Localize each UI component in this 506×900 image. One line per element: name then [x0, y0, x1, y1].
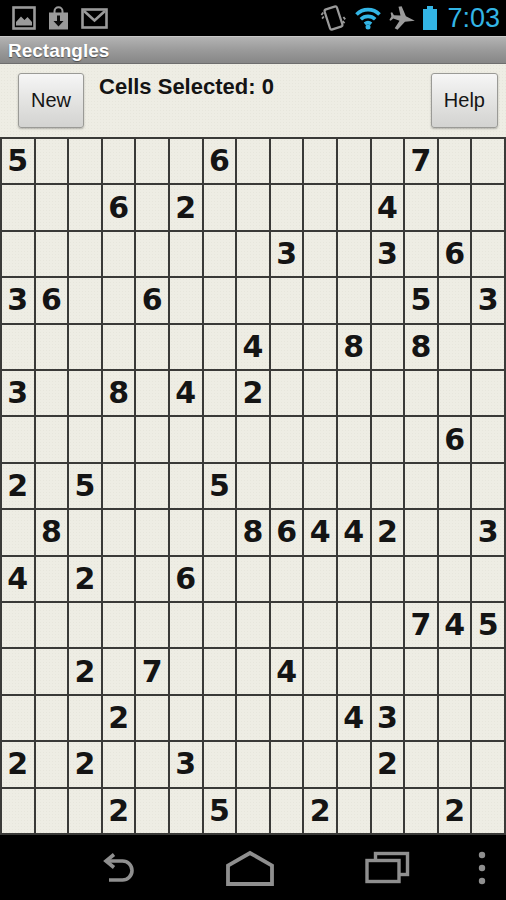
cell-r15c8[interactable] [237, 789, 269, 833]
cell-r9c11[interactable]: 4 [338, 510, 370, 554]
cell-r7c12[interactable] [372, 417, 404, 461]
cell-r10c15[interactable] [472, 557, 504, 601]
cell-r14c15[interactable] [472, 742, 504, 786]
cell-r13c12[interactable]: 3 [372, 696, 404, 740]
cell-r2c14[interactable] [439, 185, 471, 229]
cell-r9c6[interactable] [170, 510, 202, 554]
cell-r14c12[interactable]: 2 [372, 742, 404, 786]
cell-r12c15[interactable] [472, 649, 504, 693]
cell-r1c2[interactable] [36, 139, 68, 183]
cell-r11c9[interactable] [271, 603, 303, 647]
cell-r8c15[interactable] [472, 464, 504, 508]
cell-r1c6[interactable] [170, 139, 202, 183]
clue-number: 3 [377, 703, 398, 733]
cell-r6c6[interactable]: 4 [170, 371, 202, 415]
cell-r5c5[interactable] [136, 325, 168, 369]
status-bar: 7:03 [0, 0, 506, 36]
clue-number: 6 [175, 564, 196, 594]
clue-number: 7 [142, 657, 163, 687]
cell-r3c7[interactable] [204, 232, 236, 276]
cell-r15c10[interactable]: 2 [304, 789, 336, 833]
clue-number: 4 [7, 564, 28, 594]
cell-r7c10[interactable] [304, 417, 336, 461]
cell-r12c12[interactable] [372, 649, 404, 693]
vibrate-icon [320, 4, 347, 32]
cell-r14c10[interactable] [304, 742, 336, 786]
cell-r15c13[interactable] [405, 789, 437, 833]
cell-r7c14[interactable]: 6 [439, 417, 471, 461]
cell-r8c14[interactable] [439, 464, 471, 508]
cell-r9c13[interactable] [405, 510, 437, 554]
download-icon [47, 5, 70, 31]
home-icon[interactable] [224, 850, 276, 886]
clue-number: 4 [175, 378, 196, 408]
cell-r11c13[interactable]: 7 [405, 603, 437, 647]
cell-r11c14[interactable]: 4 [439, 603, 471, 647]
cell-r3c15[interactable] [472, 232, 504, 276]
gallery-icon [12, 6, 36, 30]
clue-number: 3 [7, 285, 28, 315]
cell-r9c7[interactable] [204, 510, 236, 554]
cell-r4c13[interactable]: 5 [405, 278, 437, 322]
cell-r13c15[interactable] [472, 696, 504, 740]
cell-r3c5[interactable] [136, 232, 168, 276]
cell-r4c15[interactable]: 3 [472, 278, 504, 322]
wifi-icon [353, 6, 383, 30]
cell-r13c5[interactable] [136, 696, 168, 740]
cell-r1c9[interactable] [271, 139, 303, 183]
clue-number: 8 [243, 517, 264, 547]
cell-r9c12[interactable]: 2 [372, 510, 404, 554]
cell-r6c8[interactable]: 2 [237, 371, 269, 415]
cell-r11c7[interactable] [204, 603, 236, 647]
cell-r14c5[interactable] [136, 742, 168, 786]
cell-r8c6[interactable] [170, 464, 202, 508]
cell-r9c9[interactable]: 6 [271, 510, 303, 554]
cell-r6c13[interactable] [405, 371, 437, 415]
cell-r1c4[interactable] [103, 139, 135, 183]
cell-r2c13[interactable] [405, 185, 437, 229]
cell-r7c8[interactable] [237, 417, 269, 461]
app-title: Rectangles [8, 40, 109, 62]
clue-number: 4 [377, 193, 398, 223]
cell-r5c14[interactable] [439, 325, 471, 369]
cell-r14c8[interactable] [237, 742, 269, 786]
cell-r13c1[interactable] [2, 696, 34, 740]
cell-r8c12[interactable] [372, 464, 404, 508]
cell-r8c5[interactable] [136, 464, 168, 508]
cell-r5c11[interactable]: 8 [338, 325, 370, 369]
cell-r8c9[interactable] [271, 464, 303, 508]
nav-bar [0, 835, 506, 900]
cell-r15c1[interactable] [2, 789, 34, 833]
cell-r10c12[interactable] [372, 557, 404, 601]
cell-r8c8[interactable] [237, 464, 269, 508]
cell-r14c1[interactable]: 2 [2, 742, 34, 786]
clue-number: 5 [7, 146, 28, 176]
cell-r2c10[interactable] [304, 185, 336, 229]
cell-r6c14[interactable] [439, 371, 471, 415]
cell-r10c4[interactable] [103, 557, 135, 601]
cell-r6c15[interactable] [472, 371, 504, 415]
cell-r8c13[interactable] [405, 464, 437, 508]
cell-r12c3[interactable]: 2 [69, 649, 101, 693]
cell-r2c8[interactable] [237, 185, 269, 229]
cell-r8c3[interactable]: 5 [69, 464, 101, 508]
cell-r6c1[interactable]: 3 [2, 371, 34, 415]
cell-r14c13[interactable] [405, 742, 437, 786]
cell-r13c6[interactable] [170, 696, 202, 740]
cell-r14c4[interactable] [103, 742, 135, 786]
cell-r1c5[interactable] [136, 139, 168, 183]
cell-r2c11[interactable] [338, 185, 370, 229]
cell-r4c6[interactable] [170, 278, 202, 322]
cell-r1c13[interactable]: 7 [405, 139, 437, 183]
clue-number: 6 [276, 517, 297, 547]
cell-r10c10[interactable] [304, 557, 336, 601]
cell-r13c13[interactable] [405, 696, 437, 740]
cell-r11c15[interactable]: 5 [472, 603, 504, 647]
cell-r2c9[interactable] [271, 185, 303, 229]
clue-number: 3 [7, 378, 28, 408]
cell-r15c9[interactable] [271, 789, 303, 833]
cell-r11c10[interactable] [304, 603, 336, 647]
clue-number: 2 [108, 796, 129, 826]
cell-r3c9[interactable]: 3 [271, 232, 303, 276]
cell-r1c8[interactable] [237, 139, 269, 183]
cell-r13c4[interactable]: 2 [103, 696, 135, 740]
system-icons: 7:03 [320, 0, 500, 36]
title-bar: Rectangles [0, 36, 506, 64]
cell-r15c7[interactable]: 5 [204, 789, 236, 833]
cell-r4c7[interactable] [204, 278, 236, 322]
clue-number: 2 [377, 517, 398, 547]
cell-r7c13[interactable] [405, 417, 437, 461]
clue-number: 3 [276, 239, 297, 269]
cell-r5c9[interactable] [271, 325, 303, 369]
battery-icon [422, 5, 438, 31]
cell-r9c1[interactable] [2, 510, 34, 554]
airplane-icon [389, 5, 416, 32]
cell-r1c7[interactable]: 6 [204, 139, 236, 183]
cell-r13c8[interactable] [237, 696, 269, 740]
cell-r5c3[interactable] [69, 325, 101, 369]
clue-number: 6 [209, 146, 230, 176]
clue-number: 6 [444, 239, 465, 269]
cell-r6c9[interactable] [271, 371, 303, 415]
cell-r8c2[interactable] [36, 464, 68, 508]
cell-r2c4[interactable]: 6 [103, 185, 135, 229]
back-icon[interactable] [95, 853, 136, 883]
cell-r4c12[interactable] [372, 278, 404, 322]
cell-r15c14[interactable]: 2 [439, 789, 471, 833]
clue-number: 2 [75, 564, 96, 594]
cell-r1c15[interactable] [472, 139, 504, 183]
cell-r13c7[interactable] [204, 696, 236, 740]
cell-r8c10[interactable] [304, 464, 336, 508]
board: 5676243363665348838426255886442342674527… [0, 137, 506, 835]
cell-r2c3[interactable] [69, 185, 101, 229]
cell-r2c7[interactable] [204, 185, 236, 229]
clue-number: 5 [209, 796, 230, 826]
cell-r14c6[interactable]: 3 [170, 742, 202, 786]
cell-r2c1[interactable] [2, 185, 34, 229]
cell-r2c5[interactable] [136, 185, 168, 229]
cell-r12c1[interactable] [2, 649, 34, 693]
cell-r11c8[interactable] [237, 603, 269, 647]
clue-number: 3 [478, 517, 499, 547]
cell-r14c14[interactable] [439, 742, 471, 786]
cell-r4c9[interactable] [271, 278, 303, 322]
cell-r12c8[interactable] [237, 649, 269, 693]
cell-r13c10[interactable] [304, 696, 336, 740]
clue-number: 2 [7, 749, 28, 779]
cell-r4c2[interactable]: 6 [36, 278, 68, 322]
cell-r15c12[interactable] [372, 789, 404, 833]
cell-r10c8[interactable] [237, 557, 269, 601]
cell-r15c2[interactable] [36, 789, 68, 833]
cell-r9c3[interactable] [69, 510, 101, 554]
cell-r7c1[interactable] [2, 417, 34, 461]
cell-r10c3[interactable]: 2 [69, 557, 101, 601]
cell-r10c2[interactable] [36, 557, 68, 601]
cell-r7c15[interactable] [472, 417, 504, 461]
clue-number: 6 [108, 193, 129, 223]
cell-r4c5[interactable]: 6 [136, 278, 168, 322]
cell-r12c10[interactable] [304, 649, 336, 693]
clue-number: 4 [343, 517, 364, 547]
clue-number: 2 [108, 703, 129, 733]
cell-r4c4[interactable] [103, 278, 135, 322]
clue-number: 4 [243, 332, 264, 362]
cell-r6c7[interactable] [204, 371, 236, 415]
cell-r9c4[interactable] [103, 510, 135, 554]
cell-r7c2[interactable] [36, 417, 68, 461]
notification-icons [12, 5, 108, 31]
cell-r12c13[interactable] [405, 649, 437, 693]
clue-number: 8 [41, 517, 62, 547]
clue-number: 2 [310, 796, 331, 826]
gmail-icon [81, 8, 108, 29]
cell-r10c6[interactable]: 6 [170, 557, 202, 601]
cell-r11c11[interactable] [338, 603, 370, 647]
cell-r8c7[interactable]: 5 [204, 464, 236, 508]
cell-r9c15[interactable]: 3 [472, 510, 504, 554]
cell-r1c11[interactable] [338, 139, 370, 183]
cell-r1c10[interactable] [304, 139, 336, 183]
cell-r7c4[interactable] [103, 417, 135, 461]
cell-r1c1[interactable]: 5 [2, 139, 34, 183]
cell-r3c12[interactable]: 3 [372, 232, 404, 276]
new-button[interactable]: New [18, 73, 84, 128]
cell-r9c10[interactable]: 4 [304, 510, 336, 554]
clue-number: 5 [209, 471, 230, 501]
cell-r13c14[interactable] [439, 696, 471, 740]
cell-r10c13[interactable] [405, 557, 437, 601]
cell-r15c4[interactable]: 2 [103, 789, 135, 833]
cell-r11c3[interactable] [69, 603, 101, 647]
cell-r13c11[interactable]: 4 [338, 696, 370, 740]
cell-r8c1[interactable]: 2 [2, 464, 34, 508]
cell-r11c4[interactable] [103, 603, 135, 647]
cell-r9c8[interactable]: 8 [237, 510, 269, 554]
cell-r4c3[interactable] [69, 278, 101, 322]
recents-icon[interactable] [364, 851, 411, 885]
cell-r6c10[interactable] [304, 371, 336, 415]
cell-r3c3[interactable] [69, 232, 101, 276]
cell-r7c7[interactable] [204, 417, 236, 461]
cell-r14c3[interactable]: 2 [69, 742, 101, 786]
clue-number: 2 [75, 749, 96, 779]
cell-r13c2[interactable] [36, 696, 68, 740]
cell-r3c8[interactable] [237, 232, 269, 276]
clue-number: 6 [142, 285, 163, 315]
cell-r5c7[interactable] [204, 325, 236, 369]
cell-r2c6[interactable]: 2 [170, 185, 202, 229]
cell-r13c3[interactable] [69, 696, 101, 740]
clue-number: 7 [411, 146, 432, 176]
cell-r10c5[interactable] [136, 557, 168, 601]
cell-r2c15[interactable] [472, 185, 504, 229]
cell-r15c15[interactable] [472, 789, 504, 833]
cell-r3c14[interactable]: 6 [439, 232, 471, 276]
cell-r11c1[interactable] [2, 603, 34, 647]
cell-r7c9[interactable] [271, 417, 303, 461]
clue-number: 5 [75, 471, 96, 501]
cell-r15c6[interactable] [170, 789, 202, 833]
cell-r6c3[interactable] [69, 371, 101, 415]
cell-r15c5[interactable] [136, 789, 168, 833]
clue-number: 4 [444, 610, 465, 640]
cell-r14c11[interactable] [338, 742, 370, 786]
cell-r6c5[interactable] [136, 371, 168, 415]
cell-r7c6[interactable] [170, 417, 202, 461]
cell-r11c5[interactable] [136, 603, 168, 647]
cell-r3c11[interactable] [338, 232, 370, 276]
cell-r10c9[interactable] [271, 557, 303, 601]
clue-number: 2 [444, 796, 465, 826]
clue-number: 8 [411, 332, 432, 362]
clue-number: 8 [343, 332, 364, 362]
clock: 7:03 [444, 0, 500, 36]
cell-r12c2[interactable] [36, 649, 68, 693]
cell-r8c4[interactable] [103, 464, 135, 508]
cell-r3c2[interactable] [36, 232, 68, 276]
cell-r10c11[interactable] [338, 557, 370, 601]
clue-number: 2 [243, 378, 264, 408]
cell-r12c14[interactable] [439, 649, 471, 693]
cell-r4c8[interactable] [237, 278, 269, 322]
clue-number: 3 [377, 239, 398, 269]
cell-r14c7[interactable] [204, 742, 236, 786]
cell-r13c9[interactable] [271, 696, 303, 740]
cell-r3c1[interactable] [2, 232, 34, 276]
cell-r5c12[interactable] [372, 325, 404, 369]
cell-r15c3[interactable] [69, 789, 101, 833]
clue-number: 2 [7, 471, 28, 501]
cell-r9c2[interactable]: 8 [36, 510, 68, 554]
cells-selected-label: Cells Selected: 0 [99, 74, 274, 100]
cell-r1c3[interactable] [69, 139, 101, 183]
cell-r12c6[interactable] [170, 649, 202, 693]
clue-number: 5 [411, 285, 432, 315]
cell-r8c11[interactable] [338, 464, 370, 508]
cell-r6c4[interactable]: 8 [103, 371, 135, 415]
cell-r12c7[interactable] [204, 649, 236, 693]
cell-r14c9[interactable] [271, 742, 303, 786]
cell-r5c13[interactable]: 8 [405, 325, 437, 369]
cell-r9c5[interactable] [136, 510, 168, 554]
clue-number: 4 [310, 517, 331, 547]
cell-r5c6[interactable] [170, 325, 202, 369]
cell-r12c5[interactable]: 7 [136, 649, 168, 693]
cell-r7c3[interactable] [69, 417, 101, 461]
cell-r6c2[interactable] [36, 371, 68, 415]
help-button[interactable]: Help [431, 73, 498, 128]
cell-r5c4[interactable] [103, 325, 135, 369]
cell-r12c9[interactable]: 4 [271, 649, 303, 693]
app-window: 7:03 Rectangles New Cells Selected: 0 He… [0, 0, 506, 900]
clue-number: 3 [175, 749, 196, 779]
clue-number: 3 [478, 285, 499, 315]
cell-r12c4[interactable] [103, 649, 135, 693]
clue-number: 4 [343, 703, 364, 733]
cell-r11c2[interactable] [36, 603, 68, 647]
clue-number: 2 [75, 657, 96, 687]
cell-r7c11[interactable] [338, 417, 370, 461]
cell-r10c7[interactable] [204, 557, 236, 601]
cell-r3c6[interactable] [170, 232, 202, 276]
cell-r11c12[interactable] [372, 603, 404, 647]
menu-icon[interactable] [478, 850, 486, 886]
clue-number: 4 [276, 657, 297, 687]
clue-number: 7 [411, 610, 432, 640]
cell-r7c5[interactable] [136, 417, 168, 461]
cell-r10c1[interactable]: 4 [2, 557, 34, 601]
cell-r3c4[interactable] [103, 232, 135, 276]
clue-number: 6 [444, 425, 465, 455]
cell-r12c11[interactable] [338, 649, 370, 693]
cell-r3c10[interactable] [304, 232, 336, 276]
cell-r9c14[interactable] [439, 510, 471, 554]
cell-r4c1[interactable]: 3 [2, 278, 34, 322]
cell-r11c6[interactable] [170, 603, 202, 647]
cell-r5c1[interactable] [2, 325, 34, 369]
cell-r5c2[interactable] [36, 325, 68, 369]
cell-r10c14[interactable] [439, 557, 471, 601]
cell-r1c12[interactable] [372, 139, 404, 183]
clue-number: 8 [108, 378, 129, 408]
clue-number: 2 [377, 749, 398, 779]
cell-r4c10[interactable] [304, 278, 336, 322]
cell-r2c12[interactable]: 4 [372, 185, 404, 229]
cell-r5c10[interactable] [304, 325, 336, 369]
cell-r3c13[interactable] [405, 232, 437, 276]
cell-r1c14[interactable] [439, 139, 471, 183]
cell-r5c8[interactable]: 4 [237, 325, 269, 369]
cell-r5c15[interactable] [472, 325, 504, 369]
cell-r14c2[interactable] [36, 742, 68, 786]
cell-r6c12[interactable] [372, 371, 404, 415]
clue-number: 6 [41, 285, 62, 315]
cell-r4c14[interactable] [439, 278, 471, 322]
clue-number: 2 [175, 193, 196, 223]
cell-r15c11[interactable] [338, 789, 370, 833]
cell-r6c11[interactable] [338, 371, 370, 415]
clue-number: 5 [478, 610, 499, 640]
cell-r4c11[interactable] [338, 278, 370, 322]
cell-r2c2[interactable] [36, 185, 68, 229]
